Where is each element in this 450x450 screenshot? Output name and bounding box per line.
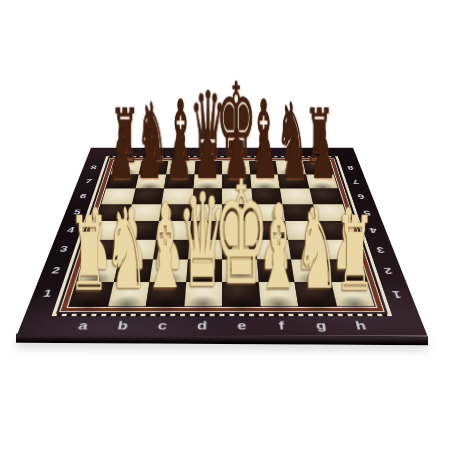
chess-set-photo: ♜♞♝♛♚♝♞♜♟♟♟♟♟♟♟♟♟♟♟♟♟♟♟♟♜♞♝♛♚♝♞♜ 1234567… — [0, 0, 450, 450]
file-label-b: b — [101, 317, 144, 335]
file-label-c: c — [141, 317, 183, 335]
square-h1: ♜ — [331, 282, 375, 307]
file-label-g: g — [300, 317, 343, 335]
piece-white-rook: ♜ — [335, 203, 375, 306]
rank-label-7-right: 7 — [344, 174, 367, 188]
square-f1: ♝ — [258, 282, 298, 307]
square-g1: ♞ — [294, 282, 336, 307]
piece-black-pawn: ♟ — [136, 120, 162, 188]
piece-black-pawn: ♟ — [108, 120, 134, 188]
square-e1: ♚ — [222, 282, 260, 307]
board-grid: ♜♞♝♛♚♝♞♜♟♟♟♟♟♟♟♟♟♟♟♟♟♟♟♟♜♞♝♛♚♝♞♜ — [69, 161, 374, 306]
rank-label-8-right: 8 — [340, 161, 362, 174]
piece-black-pawn: ♟ — [310, 120, 336, 188]
board-margin: ♜♞♝♛♚♝♞♜♟♟♟♟♟♟♟♟♟♟♟♟♟♟♟♟♜♞♝♛♚♝♞♜ 1234567… — [17, 148, 428, 336]
file-label-f: f — [261, 317, 303, 335]
chess-board: ♜♞♝♛♚♝♞♜♟♟♟♟♟♟♟♟♟♟♟♟♟♟♟♟♜♞♝♛♚♝♞♜ 1234567… — [17, 148, 428, 336]
file-label-d: d — [182, 317, 222, 335]
file-labels-bottom: abcdefgh — [61, 317, 384, 335]
file-label-a: a — [61, 317, 106, 335]
piece-white-knight: ♞ — [296, 194, 339, 306]
file-label-e: e — [222, 317, 262, 335]
file-label-h: h — [339, 317, 384, 335]
piece-black-pawn: ♟ — [281, 120, 307, 188]
piece-white-rook: ♜ — [69, 203, 109, 306]
